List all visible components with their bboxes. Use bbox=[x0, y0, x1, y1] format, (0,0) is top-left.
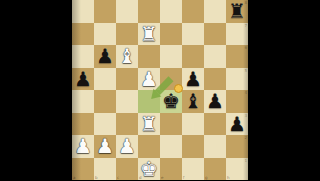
video-frame: 8♜♜7♟♝6♟♟♟5♚♝♟4♜3♟♟♟♟2abcd♚efgh1 bbox=[0, 0, 320, 180]
square-h1[interactable]: h1 bbox=[226, 158, 248, 181]
square-d6[interactable] bbox=[138, 45, 160, 68]
black-bishop-f4[interactable]: ♝ bbox=[184, 90, 202, 113]
square-e6[interactable] bbox=[160, 45, 182, 68]
square-e7[interactable] bbox=[160, 23, 182, 46]
square-g8[interactable] bbox=[204, 0, 226, 23]
square-f7[interactable] bbox=[182, 23, 204, 46]
square-d7[interactable]: ♜ bbox=[138, 23, 160, 46]
square-e2[interactable] bbox=[160, 135, 182, 158]
rank-coordinate-1: 1 bbox=[244, 159, 247, 163]
square-g7[interactable] bbox=[204, 23, 226, 46]
square-c1[interactable]: c bbox=[116, 158, 138, 181]
file-coordinate-d: d bbox=[139, 176, 142, 180]
square-f4[interactable]: ♝ bbox=[182, 90, 204, 113]
square-g2[interactable] bbox=[204, 135, 226, 158]
square-e5[interactable] bbox=[160, 68, 182, 91]
square-g6[interactable] bbox=[204, 45, 226, 68]
square-d2[interactable] bbox=[138, 135, 160, 158]
square-e4[interactable]: ♚ bbox=[160, 90, 182, 113]
square-a1[interactable]: a bbox=[72, 158, 94, 181]
file-coordinate-g: g bbox=[205, 176, 208, 180]
file-coordinate-c: c bbox=[117, 176, 119, 180]
square-g3[interactable] bbox=[204, 113, 226, 136]
square-c2[interactable]: ♟ bbox=[116, 135, 138, 158]
square-e3[interactable] bbox=[160, 113, 182, 136]
black-pawn-h3[interactable]: ♟ bbox=[228, 113, 246, 136]
white-pawn-a2[interactable]: ♟ bbox=[74, 135, 92, 158]
square-f8[interactable] bbox=[182, 0, 204, 23]
black-rook-h8[interactable]: ♜ bbox=[228, 0, 246, 23]
square-f2[interactable] bbox=[182, 135, 204, 158]
square-d5[interactable]: ♟ bbox=[138, 68, 160, 91]
square-c4[interactable] bbox=[116, 90, 138, 113]
square-b5[interactable] bbox=[94, 68, 116, 91]
square-b7[interactable] bbox=[94, 23, 116, 46]
square-f1[interactable]: f bbox=[182, 158, 204, 181]
square-b8[interactable] bbox=[94, 0, 116, 23]
rank-coordinate-2: 2 bbox=[244, 136, 247, 140]
white-rook-d7[interactable]: ♜ bbox=[140, 23, 158, 46]
square-h7[interactable]: 7 bbox=[226, 23, 248, 46]
rank-coordinate-4: 4 bbox=[244, 91, 247, 95]
black-pawn-f5[interactable]: ♟ bbox=[184, 68, 202, 91]
file-coordinate-a: a bbox=[73, 176, 75, 180]
square-d8[interactable] bbox=[138, 0, 160, 23]
square-c8[interactable] bbox=[116, 0, 138, 23]
rank-coordinate-3: 3 bbox=[244, 114, 247, 118]
rank-coordinate-8: 8 bbox=[244, 1, 247, 5]
square-c5[interactable] bbox=[116, 68, 138, 91]
black-pawn-a5[interactable]: ♟ bbox=[74, 68, 92, 91]
square-h4[interactable]: 4 bbox=[226, 90, 248, 113]
square-a3[interactable] bbox=[72, 113, 94, 136]
square-a6[interactable] bbox=[72, 45, 94, 68]
file-coordinate-b: b bbox=[95, 176, 98, 180]
square-f6[interactable] bbox=[182, 45, 204, 68]
square-h8[interactable]: 8♜ bbox=[226, 0, 248, 23]
square-c7[interactable] bbox=[116, 23, 138, 46]
rank-coordinate-5: 5 bbox=[244, 69, 247, 73]
square-a2[interactable]: ♟ bbox=[72, 135, 94, 158]
square-e8[interactable] bbox=[160, 0, 182, 23]
square-b6[interactable]: ♟ bbox=[94, 45, 116, 68]
square-a5[interactable]: ♟ bbox=[72, 68, 94, 91]
square-d4[interactable] bbox=[138, 90, 160, 113]
square-f5[interactable]: ♟ bbox=[182, 68, 204, 91]
black-pawn-b6[interactable]: ♟ bbox=[96, 45, 114, 68]
square-a4[interactable] bbox=[72, 90, 94, 113]
square-d1[interactable]: d♚ bbox=[138, 158, 160, 181]
letterbox-right bbox=[248, 0, 320, 180]
square-h3[interactable]: 3♟ bbox=[226, 113, 248, 136]
square-b3[interactable] bbox=[94, 113, 116, 136]
rank-coordinate-7: 7 bbox=[244, 24, 247, 28]
square-h2[interactable]: 2 bbox=[226, 135, 248, 158]
square-b1[interactable]: b bbox=[94, 158, 116, 181]
square-c6[interactable]: ♝ bbox=[116, 45, 138, 68]
file-coordinate-h: h bbox=[227, 176, 230, 180]
file-coordinate-e: e bbox=[161, 176, 163, 180]
square-f3[interactable] bbox=[182, 113, 204, 136]
square-a7[interactable] bbox=[72, 23, 94, 46]
white-king-d1[interactable]: ♚ bbox=[140, 158, 158, 181]
white-rook-d3[interactable]: ♜ bbox=[140, 113, 158, 136]
square-b2[interactable]: ♟ bbox=[94, 135, 116, 158]
white-pawn-c2[interactable]: ♟ bbox=[118, 135, 136, 158]
square-b4[interactable] bbox=[94, 90, 116, 113]
chess-board: 8♜♜7♟♝6♟♟♟5♚♝♟4♜3♟♟♟♟2abcd♚efgh1 bbox=[72, 0, 248, 180]
square-g5[interactable] bbox=[204, 68, 226, 91]
square-a8[interactable] bbox=[72, 0, 94, 23]
square-c3[interactable] bbox=[116, 113, 138, 136]
square-h5[interactable]: 5 bbox=[226, 68, 248, 91]
file-coordinate-f: f bbox=[183, 176, 184, 180]
letterbox-left bbox=[0, 0, 72, 180]
black-pawn-g4[interactable]: ♟ bbox=[206, 90, 224, 113]
square-g4[interactable]: ♟ bbox=[204, 90, 226, 113]
black-king-e4[interactable]: ♚ bbox=[162, 90, 180, 113]
white-pawn-b2[interactable]: ♟ bbox=[96, 135, 114, 158]
square-d3[interactable]: ♜ bbox=[138, 113, 160, 136]
square-e1[interactable]: e bbox=[160, 158, 182, 181]
square-h6[interactable]: 6 bbox=[226, 45, 248, 68]
white-pawn-d5[interactable]: ♟ bbox=[140, 68, 158, 91]
white-bishop-c6[interactable]: ♝ bbox=[118, 45, 136, 68]
rank-coordinate-6: 6 bbox=[244, 46, 247, 50]
square-g1[interactable]: g bbox=[204, 158, 226, 181]
